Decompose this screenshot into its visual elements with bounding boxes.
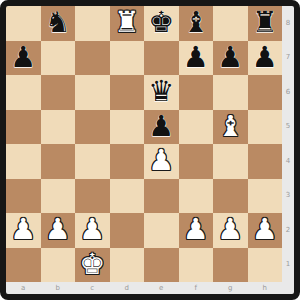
square-d2[interactable] — [110, 213, 145, 248]
square-g4[interactable] — [213, 144, 248, 179]
square-c6[interactable] — [75, 75, 110, 110]
square-g1[interactable] — [213, 248, 248, 283]
square-b5[interactable] — [41, 110, 76, 145]
square-d5[interactable] — [110, 110, 145, 145]
piece-black-queen[interactable]: ♛ — [148, 74, 174, 109]
rank-label-4: 4 — [282, 144, 294, 179]
square-b3[interactable] — [41, 179, 76, 214]
square-c3[interactable] — [75, 179, 110, 214]
file-label-d: d — [110, 282, 145, 294]
square-a6[interactable] — [6, 75, 41, 110]
square-h3[interactable] — [248, 179, 283, 214]
file-label-f: f — [179, 282, 214, 294]
square-c1[interactable]: ♚ — [75, 248, 110, 283]
piece-black-bishop[interactable]: ♝ — [183, 5, 209, 40]
square-b8[interactable]: ♞ — [41, 6, 76, 41]
square-f7[interactable]: ♟ — [179, 41, 214, 76]
piece-black-pawn[interactable]: ♟ — [10, 40, 36, 75]
file-label-g: g — [213, 282, 248, 294]
square-a8[interactable] — [6, 6, 41, 41]
piece-white-rook[interactable]: ♜ — [114, 5, 140, 40]
chess-board-diagram: ♞♜♚♝♜♟♟♟♟♛♟♝♟♟♟♟♟♟♟♚ 87654321 abcdefgh — [0, 0, 300, 300]
square-f5[interactable] — [179, 110, 214, 145]
square-e4[interactable]: ♟ — [144, 144, 179, 179]
file-label-e: e — [144, 282, 179, 294]
square-a7[interactable]: ♟ — [6, 41, 41, 76]
square-b6[interactable] — [41, 75, 76, 110]
square-a1[interactable] — [6, 248, 41, 283]
piece-black-pawn[interactable]: ♟ — [183, 40, 209, 75]
piece-white-pawn[interactable]: ♟ — [45, 212, 71, 247]
piece-white-pawn[interactable]: ♟ — [183, 212, 209, 247]
square-h7[interactable]: ♟ — [248, 41, 283, 76]
square-h2[interactable]: ♟ — [248, 213, 283, 248]
square-c7[interactable] — [75, 41, 110, 76]
square-a3[interactable] — [6, 179, 41, 214]
square-g8[interactable] — [213, 6, 248, 41]
square-e2[interactable] — [144, 213, 179, 248]
rank-label-7: 7 — [282, 41, 294, 76]
square-f3[interactable] — [179, 179, 214, 214]
square-d8[interactable]: ♜ — [110, 6, 145, 41]
square-h6[interactable] — [248, 75, 283, 110]
piece-white-bishop[interactable]: ♝ — [217, 109, 243, 144]
piece-black-knight[interactable]: ♞ — [45, 5, 71, 40]
square-g2[interactable]: ♟ — [213, 213, 248, 248]
square-d4[interactable] — [110, 144, 145, 179]
square-f2[interactable]: ♟ — [179, 213, 214, 248]
square-g5[interactable]: ♝ — [213, 110, 248, 145]
rank-label-6: 6 — [282, 75, 294, 110]
square-h1[interactable] — [248, 248, 283, 283]
square-b4[interactable] — [41, 144, 76, 179]
square-g3[interactable] — [213, 179, 248, 214]
square-d7[interactable] — [110, 41, 145, 76]
rank-label-5: 5 — [282, 110, 294, 145]
piece-black-pawn[interactable]: ♟ — [252, 40, 278, 75]
rank-label-1: 1 — [282, 248, 294, 283]
rank-coordinates: 87654321 — [282, 6, 294, 282]
square-a2[interactable]: ♟ — [6, 213, 41, 248]
square-c5[interactable] — [75, 110, 110, 145]
square-e5[interactable]: ♟ — [144, 110, 179, 145]
coordinate-corner — [282, 282, 294, 294]
piece-white-pawn[interactable]: ♟ — [10, 212, 36, 247]
file-coordinates: abcdefgh — [6, 282, 282, 294]
square-f4[interactable] — [179, 144, 214, 179]
piece-white-pawn[interactable]: ♟ — [79, 212, 105, 247]
piece-black-king[interactable]: ♚ — [148, 5, 174, 40]
square-g7[interactable]: ♟ — [213, 41, 248, 76]
piece-black-pawn[interactable]: ♟ — [217, 40, 243, 75]
square-a4[interactable] — [6, 144, 41, 179]
square-f8[interactable]: ♝ — [179, 6, 214, 41]
piece-white-pawn[interactable]: ♟ — [148, 143, 174, 178]
square-h8[interactable]: ♜ — [248, 6, 283, 41]
square-a5[interactable] — [6, 110, 41, 145]
file-label-b: b — [41, 282, 76, 294]
square-e3[interactable] — [144, 179, 179, 214]
piece-white-pawn[interactable]: ♟ — [252, 212, 278, 247]
square-e1[interactable] — [144, 248, 179, 283]
file-label-c: c — [75, 282, 110, 294]
square-e7[interactable] — [144, 41, 179, 76]
chess-board: ♞♜♚♝♜♟♟♟♟♛♟♝♟♟♟♟♟♟♟♚ — [6, 6, 282, 282]
square-e6[interactable]: ♛ — [144, 75, 179, 110]
square-f6[interactable] — [179, 75, 214, 110]
square-g6[interactable] — [213, 75, 248, 110]
rank-label-3: 3 — [282, 179, 294, 214]
rank-label-2: 2 — [282, 213, 294, 248]
square-c8[interactable] — [75, 6, 110, 41]
square-e8[interactable]: ♚ — [144, 6, 179, 41]
square-d1[interactable] — [110, 248, 145, 283]
rank-label-8: 8 — [282, 6, 294, 41]
square-f1[interactable] — [179, 248, 214, 283]
square-d6[interactable] — [110, 75, 145, 110]
square-h5[interactable] — [248, 110, 283, 145]
piece-black-pawn[interactable]: ♟ — [148, 109, 174, 144]
square-b2[interactable]: ♟ — [41, 213, 76, 248]
square-d3[interactable] — [110, 179, 145, 214]
square-b1[interactable] — [41, 248, 76, 283]
piece-white-pawn[interactable]: ♟ — [217, 212, 243, 247]
file-label-a: a — [6, 282, 41, 294]
piece-white-king[interactable]: ♚ — [79, 247, 105, 282]
square-c2[interactable]: ♟ — [75, 213, 110, 248]
square-h4[interactable] — [248, 144, 283, 179]
file-label-h: h — [248, 282, 283, 294]
piece-black-rook[interactable]: ♜ — [252, 5, 278, 40]
square-c4[interactable] — [75, 144, 110, 179]
square-b7[interactable] — [41, 41, 76, 76]
